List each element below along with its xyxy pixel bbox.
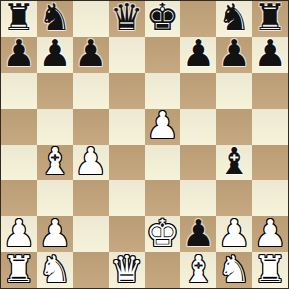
square-f1[interactable]: ♝ — [180, 252, 216, 288]
black-pawn-f2: ♟ — [182, 216, 215, 251]
square-c2[interactable] — [73, 216, 109, 252]
square-a1[interactable]: ♜ — [1, 252, 37, 288]
square-h6[interactable] — [252, 73, 288, 109]
white-pawn-a2: ♟ — [2, 216, 35, 251]
square-g6[interactable] — [216, 73, 252, 109]
square-b6[interactable] — [37, 73, 73, 109]
square-h2[interactable]: ♟ — [252, 216, 288, 252]
square-b1[interactable]: ♞ — [37, 252, 73, 288]
square-g8[interactable]: ♞ — [216, 1, 252, 37]
square-d1[interactable]: ♛ — [109, 252, 145, 288]
square-h3[interactable] — [252, 180, 288, 216]
black-rook-h8: ♜ — [253, 1, 286, 36]
black-pawn-h7: ♟ — [253, 37, 286, 72]
square-c4[interactable]: ♟ — [73, 145, 109, 181]
square-f3[interactable] — [180, 180, 216, 216]
square-h7[interactable]: ♟ — [252, 37, 288, 73]
square-d6[interactable] — [109, 73, 145, 109]
white-pawn-h2: ♟ — [253, 216, 286, 251]
square-b2[interactable]: ♟ — [37, 216, 73, 252]
white-pawn-e5: ♟ — [146, 109, 179, 144]
white-bishop-f1: ♝ — [182, 252, 215, 287]
square-e8[interactable]: ♚ — [145, 1, 181, 37]
square-g2[interactable]: ♟ — [216, 216, 252, 252]
black-bishop-g4: ♝ — [218, 145, 251, 180]
square-h8[interactable]: ♜ — [252, 1, 288, 37]
black-queen-d8: ♛ — [110, 1, 143, 36]
square-a3[interactable] — [1, 180, 37, 216]
white-knight-g1: ♞ — [218, 252, 251, 287]
white-king-e2: ♚ — [146, 216, 179, 251]
square-e3[interactable] — [145, 180, 181, 216]
square-b7[interactable]: ♟ — [37, 37, 73, 73]
square-b4[interactable]: ♝ — [37, 145, 73, 181]
chess-board-frame: ♜♞♛♚♞♜♟♟♟♟♟♟♟♝♟♝♟♟♚♟♟♟♜♞♛♝♞♜ — [0, 0, 289, 289]
square-g1[interactable]: ♞ — [216, 252, 252, 288]
square-e2[interactable]: ♚ — [145, 216, 181, 252]
black-knight-b8: ♞ — [38, 1, 71, 36]
square-d8[interactable]: ♛ — [109, 1, 145, 37]
square-b8[interactable]: ♞ — [37, 1, 73, 37]
square-a8[interactable]: ♜ — [1, 1, 37, 37]
white-queen-d1: ♛ — [110, 252, 143, 287]
chess-board: ♜♞♛♚♞♜♟♟♟♟♟♟♟♝♟♝♟♟♚♟♟♟♜♞♛♝♞♜ — [1, 1, 288, 288]
white-pawn-b2: ♟ — [38, 216, 71, 251]
square-c5[interactable] — [73, 109, 109, 145]
black-rook-a8: ♜ — [2, 1, 35, 36]
square-f5[interactable] — [180, 109, 216, 145]
square-h4[interactable] — [252, 145, 288, 181]
white-knight-b1: ♞ — [38, 252, 71, 287]
square-e6[interactable] — [145, 73, 181, 109]
square-b5[interactable] — [37, 109, 73, 145]
square-d3[interactable] — [109, 180, 145, 216]
black-pawn-b7: ♟ — [38, 37, 71, 72]
square-a6[interactable] — [1, 73, 37, 109]
square-g3[interactable] — [216, 180, 252, 216]
square-h1[interactable]: ♜ — [252, 252, 288, 288]
square-h5[interactable] — [252, 109, 288, 145]
square-c3[interactable] — [73, 180, 109, 216]
square-a4[interactable] — [1, 145, 37, 181]
white-pawn-c4: ♟ — [74, 145, 107, 180]
square-c1[interactable] — [73, 252, 109, 288]
square-f4[interactable] — [180, 145, 216, 181]
square-f7[interactable]: ♟ — [180, 37, 216, 73]
square-a2[interactable]: ♟ — [1, 216, 37, 252]
white-rook-h1: ♜ — [253, 252, 286, 287]
square-d7[interactable] — [109, 37, 145, 73]
square-d5[interactable] — [109, 109, 145, 145]
square-f2[interactable]: ♟ — [180, 216, 216, 252]
black-king-e8: ♚ — [146, 1, 179, 36]
square-f8[interactable] — [180, 1, 216, 37]
square-a7[interactable]: ♟ — [1, 37, 37, 73]
white-pawn-g2: ♟ — [218, 216, 251, 251]
white-rook-a1: ♜ — [2, 252, 35, 287]
black-pawn-a7: ♟ — [2, 37, 35, 72]
square-a5[interactable] — [1, 109, 37, 145]
square-c7[interactable]: ♟ — [73, 37, 109, 73]
square-e5[interactable]: ♟ — [145, 109, 181, 145]
square-e1[interactable] — [145, 252, 181, 288]
square-c6[interactable] — [73, 73, 109, 109]
square-b3[interactable] — [37, 180, 73, 216]
white-bishop-b4: ♝ — [38, 145, 71, 180]
black-pawn-f7: ♟ — [182, 37, 215, 72]
square-f6[interactable] — [180, 73, 216, 109]
square-e4[interactable] — [145, 145, 181, 181]
square-d2[interactable] — [109, 216, 145, 252]
square-g5[interactable] — [216, 109, 252, 145]
square-c8[interactable] — [73, 1, 109, 37]
black-pawn-g7: ♟ — [218, 37, 251, 72]
square-g7[interactable]: ♟ — [216, 37, 252, 73]
black-pawn-c7: ♟ — [74, 37, 107, 72]
black-knight-g8: ♞ — [218, 1, 251, 36]
square-g4[interactable]: ♝ — [216, 145, 252, 181]
square-d4[interactable] — [109, 145, 145, 181]
square-e7[interactable] — [145, 37, 181, 73]
